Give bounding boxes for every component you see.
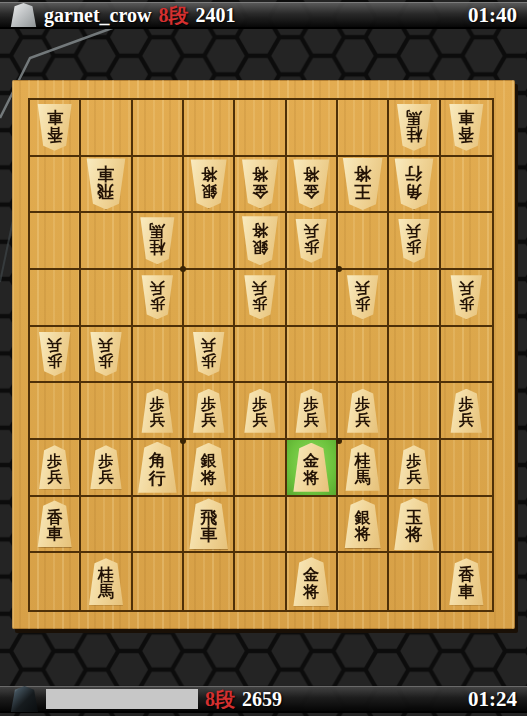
piece-gold-gote[interactable]: 金将 [292,159,331,208]
piece-kanji: 角行 [405,164,422,200]
square-8h[interactable] [81,497,132,554]
square-3b[interactable]: 王将 [338,157,389,214]
piece-silver-gote[interactable]: 銀将 [240,216,279,265]
square-7c[interactable]: 桂馬 [133,213,184,270]
piece-kanji: 歩兵 [47,336,62,368]
square-2g[interactable]: 歩兵 [389,440,440,497]
piece-kanji: 歩兵 [355,279,370,311]
square-8e[interactable]: 歩兵 [81,327,132,384]
square-5i[interactable] [235,553,286,610]
square-1e[interactable] [441,327,492,384]
square-5f[interactable]: 歩兵 [235,383,286,440]
piece-gold-gote[interactable]: 金将 [240,159,279,208]
top-player-name: garnet_crow [44,4,151,27]
bottom-player-rating: 2659 [242,688,282,711]
square-2d[interactable] [389,270,440,327]
top-player-rating: 2401 [195,4,235,27]
piece-knight-gote[interactable]: 桂馬 [395,104,432,151]
piece-kanji: 桂馬 [149,221,165,255]
piece-pawn-gote[interactable]: 歩兵 [140,275,174,319]
square-9i[interactable] [30,553,81,610]
piece-kanji: 歩兵 [150,397,165,429]
piece-kanji: 歩兵 [98,454,113,486]
square-1g[interactable] [441,440,492,497]
square-9c[interactable] [30,213,81,270]
piece-kanji: 香車 [47,108,63,142]
piece-kanji: 歩兵 [150,279,165,311]
square-5e[interactable] [235,327,286,384]
square-3f[interactable]: 歩兵 [338,383,389,440]
square-4a[interactable] [287,100,338,157]
square-3h[interactable]: 銀将 [338,497,389,554]
piece-pawn-gote[interactable]: 歩兵 [397,219,431,263]
square-9a[interactable]: 香車 [30,100,81,157]
square-4b[interactable]: 金将 [287,157,338,214]
square-9e[interactable]: 歩兵 [30,327,81,384]
square-1i[interactable]: 香車 [441,553,492,610]
square-4h[interactable] [287,497,338,554]
piece-kanji: 金将 [252,165,268,199]
square-7b[interactable] [133,157,184,214]
piece-knight-sente[interactable]: 桂馬 [344,444,381,491]
square-7i[interactable] [133,553,184,610]
square-2i[interactable] [389,553,440,610]
square-6b[interactable]: 銀将 [184,157,235,214]
square-9d[interactable] [30,270,81,327]
piece-kanji: 香車 [47,510,63,544]
square-5c[interactable]: 銀将 [235,213,286,270]
piece-kanji: 香車 [458,108,474,142]
piece-kanji: 歩兵 [201,336,216,368]
piece-pawn-sente[interactable]: 歩兵 [140,389,174,433]
bottom-player-rank: 8段 [205,686,235,713]
square-2c[interactable]: 歩兵 [389,213,440,270]
piece-kanji: 歩兵 [201,397,216,429]
piece-kanji: 歩兵 [47,454,62,486]
piece-kanji: 桂馬 [406,108,422,142]
piece-knight-sente[interactable]: 桂馬 [87,558,124,605]
square-4d[interactable] [287,270,338,327]
piece-kanji: 歩兵 [98,336,113,368]
piece-pawn-sente[interactable]: 歩兵 [243,389,277,433]
square-1c[interactable] [441,213,492,270]
piece-kanji: 角行 [149,452,166,488]
piece-pawn-sente[interactable]: 歩兵 [449,389,483,433]
square-3d[interactable]: 歩兵 [338,270,389,327]
piece-gold-sente[interactable]: 金将 [292,557,331,606]
piece-pawn-gote[interactable]: 歩兵 [346,275,380,319]
piece-gold-sente[interactable]: 金将 [292,443,331,492]
square-5g[interactable] [235,440,286,497]
square-6g[interactable]: 銀将 [184,440,235,497]
square-3c[interactable] [338,213,389,270]
piece-silver-sente[interactable]: 銀将 [343,499,382,548]
square-6e[interactable]: 歩兵 [184,327,235,384]
square-3e[interactable] [338,327,389,384]
white-piece-icon [10,3,37,27]
square-8i[interactable]: 桂馬 [81,553,132,610]
piece-kanji: 銀将 [355,510,371,544]
piece-pawn-sente[interactable]: 歩兵 [397,445,431,489]
square-7f[interactable]: 歩兵 [133,383,184,440]
square-4c[interactable]: 歩兵 [287,213,338,270]
bottom-player-bar: 8段 2659 01:24 [0,686,527,713]
piece-kanji: 王将 [354,164,371,200]
piece-kanji: 桂馬 [355,453,371,487]
piece-pawn-sente[interactable]: 歩兵 [294,389,328,433]
piece-kanji: 銀将 [201,165,217,199]
square-7a[interactable] [133,100,184,157]
shogi-board: 香車桂馬香車飛車銀将金将金将王将角行桂馬銀将歩兵歩兵歩兵歩兵歩兵歩兵歩兵歩兵歩兵… [12,80,515,629]
piece-silver-sente[interactable]: 銀将 [189,443,228,492]
square-5h[interactable] [235,497,286,554]
black-piece-icon [10,686,39,712]
square-3g[interactable]: 桂馬 [338,440,389,497]
shogi-app-screen: garnet_crow 8段 2401 01:40 香車桂馬香車飛車銀将金将金将… [0,0,527,716]
piece-kanji: 玉将 [405,509,422,545]
piece-lance-sente[interactable]: 香車 [36,500,73,547]
piece-kanji: 桂馬 [98,567,114,601]
square-7g[interactable]: 角行 [133,440,184,497]
piece-kanji: 金将 [303,567,319,601]
piece-rook-sente[interactable]: 飛車 [188,498,230,549]
piece-pawn-gote[interactable]: 歩兵 [243,275,277,319]
top-player-clock: 01:40 [468,3,517,28]
piece-kanji: 歩兵 [304,222,319,254]
piece-lance-gote[interactable]: 香車 [36,104,73,151]
piece-pawn-gote[interactable]: 歩兵 [192,332,226,376]
square-8c[interactable] [81,213,132,270]
piece-pawn-gote[interactable]: 歩兵 [38,332,72,376]
piece-kanji: 飛車 [200,509,217,545]
piece-lance-sente[interactable]: 香車 [448,558,485,605]
square-2h[interactable]: 玉将 [389,497,440,554]
square-6c[interactable] [184,213,235,270]
board-grid: 香車桂馬香車飛車銀将金将金将王将角行桂馬銀将歩兵歩兵歩兵歩兵歩兵歩兵歩兵歩兵歩兵… [28,98,494,612]
piece-pawn-gote[interactable]: 歩兵 [294,219,328,263]
piece-kanji: 歩兵 [252,279,267,311]
piece-silver-gote[interactable]: 銀将 [189,159,228,208]
piece-knight-gote[interactable]: 桂馬 [139,217,176,264]
piece-kanji: 歩兵 [355,397,370,429]
square-7d[interactable]: 歩兵 [133,270,184,327]
square-4i[interactable]: 金将 [287,553,338,610]
bottom-player-clock: 01:24 [468,687,517,712]
top-player-bar: garnet_crow 8段 2401 01:40 [0,2,527,29]
square-9b[interactable] [30,157,81,214]
piece-kanji: 金将 [303,453,319,487]
square-9f[interactable] [30,383,81,440]
piece-kanji: 銀将 [201,453,217,487]
piece-bishop-gote[interactable]: 角行 [393,158,435,209]
piece-king-gote[interactable]: 王将 [341,158,384,210]
square-3a[interactable] [338,100,389,157]
square-2e[interactable] [389,327,440,384]
square-5a[interactable] [235,100,286,157]
square-4g[interactable]: 金将 [287,440,338,497]
piece-kanji: 歩兵 [459,279,474,311]
square-2b[interactable]: 角行 [389,157,440,214]
square-2a[interactable]: 桂馬 [389,100,440,157]
square-6f[interactable]: 歩兵 [184,383,235,440]
square-2f[interactable] [389,383,440,440]
piece-rook-gote[interactable]: 飛車 [85,158,127,209]
square-7e[interactable] [133,327,184,384]
piece-pawn-sente[interactable]: 歩兵 [38,445,72,489]
square-4e[interactable] [287,327,338,384]
square-8a[interactable] [81,100,132,157]
square-1f[interactable]: 歩兵 [441,383,492,440]
square-1a[interactable]: 香車 [441,100,492,157]
square-8b[interactable]: 飛車 [81,157,132,214]
piece-lance-gote[interactable]: 香車 [448,104,485,151]
piece-pawn-sente[interactable]: 歩兵 [346,389,380,433]
piece-pawn-gote[interactable]: 歩兵 [449,275,483,319]
square-6i[interactable] [184,553,235,610]
square-6h[interactable]: 飛車 [184,497,235,554]
piece-bishop-sente[interactable]: 角行 [136,442,178,493]
square-5d[interactable]: 歩兵 [235,270,286,327]
piece-pawn-sente[interactable]: 歩兵 [89,445,123,489]
piece-kanji: 飛車 [97,164,114,200]
square-1h[interactable] [441,497,492,554]
square-8f[interactable] [81,383,132,440]
piece-king-sente[interactable]: 玉将 [392,498,435,550]
square-8d[interactable] [81,270,132,327]
square-5b[interactable]: 金将 [235,157,286,214]
piece-kanji: 銀将 [252,221,268,255]
square-6a[interactable] [184,100,235,157]
piece-kanji: 歩兵 [406,222,421,254]
piece-kanji: 歩兵 [459,397,474,429]
piece-kanji: 香車 [458,567,474,601]
square-1d[interactable]: 歩兵 [441,270,492,327]
square-6d[interactable] [184,270,235,327]
square-9h[interactable]: 香車 [30,497,81,554]
piece-kanji: 歩兵 [252,397,267,429]
piece-pawn-gote[interactable]: 歩兵 [89,332,123,376]
square-9g[interactable]: 歩兵 [30,440,81,497]
square-8g[interactable]: 歩兵 [81,440,132,497]
square-3i[interactable] [338,553,389,610]
square-4f[interactable]: 歩兵 [287,383,338,440]
piece-kanji: 金将 [303,165,319,199]
square-7h[interactable] [133,497,184,554]
top-player-rank: 8段 [158,2,188,29]
piece-kanji: 歩兵 [406,454,421,486]
square-1b[interactable] [441,157,492,214]
name-redacted-block [46,689,198,709]
piece-kanji: 歩兵 [304,397,319,429]
piece-pawn-sente[interactable]: 歩兵 [192,389,226,433]
